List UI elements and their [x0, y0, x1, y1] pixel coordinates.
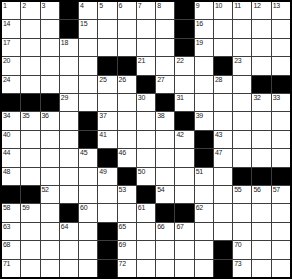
cell-r3c15[interactable] [272, 39, 290, 56]
cell-r9c10[interactable] [175, 149, 193, 166]
cell-r4c9[interactable] [156, 57, 174, 74]
clue-number-23: 23 [234, 57, 241, 64]
cell-r2c3[interactable] [41, 20, 59, 37]
cell-r12c6[interactable] [98, 204, 116, 221]
cell-r13c5[interactable] [79, 223, 97, 240]
clue-number-37: 37 [99, 112, 106, 119]
clue-number-12: 12 [253, 2, 260, 9]
cell-r1c3[interactable]: 3 [41, 2, 59, 19]
cell-r7c9[interactable]: 38 [156, 112, 174, 129]
clue-number-17: 17 [3, 39, 10, 46]
cell-r13c4[interactable]: 64 [60, 223, 78, 240]
cell-r15c2[interactable] [21, 260, 39, 277]
cell-r9c8[interactable] [137, 149, 155, 166]
black-cell-r6c1 [2, 94, 20, 111]
cell-r4c4[interactable] [60, 57, 78, 74]
black-cell-r11c2 [21, 186, 39, 203]
clue-number-2: 2 [22, 2, 26, 9]
black-cell-r1c10 [175, 2, 193, 19]
cell-r1c1[interactable]: 1 [2, 2, 20, 19]
clue-number-36: 36 [42, 112, 49, 119]
cell-r9c7[interactable]: 46 [118, 149, 136, 166]
black-cell-r6c2 [21, 94, 39, 111]
cell-r12c14[interactable] [252, 204, 270, 221]
clue-number-42: 42 [176, 131, 183, 138]
cell-r12c12[interactable] [214, 204, 232, 221]
clue-number-26: 26 [119, 76, 126, 83]
cell-r14c9[interactable] [156, 241, 174, 258]
cell-r13c2[interactable] [21, 223, 39, 240]
black-cell-r15c12 [214, 260, 232, 277]
cell-r8c3[interactable] [41, 131, 59, 148]
cell-r13c10[interactable]: 67 [175, 223, 193, 240]
clue-number-47: 47 [215, 149, 222, 156]
cell-r15c11[interactable] [195, 260, 213, 277]
clue-number-19: 19 [196, 39, 203, 46]
cell-r5c9[interactable]: 27 [156, 76, 174, 93]
cell-r1c11[interactable]: 9 [195, 2, 213, 19]
cell-r2c1[interactable]: 14 [2, 20, 20, 37]
clue-number-13: 13 [273, 2, 280, 9]
cell-r4c10[interactable]: 22 [175, 57, 193, 74]
cell-r14c11[interactable] [195, 241, 213, 258]
cell-r8c10[interactable]: 42 [175, 131, 193, 148]
clue-number-66: 66 [157, 223, 164, 230]
cell-r7c3[interactable]: 36 [41, 112, 59, 129]
cell-r13c14[interactable] [252, 223, 270, 240]
clue-number-67: 67 [176, 223, 183, 230]
clue-number-8: 8 [157, 2, 161, 9]
cell-r5c5[interactable] [79, 76, 97, 93]
cell-r15c1[interactable]: 71 [2, 260, 20, 277]
cell-r7c15[interactable] [272, 112, 290, 129]
cell-r8c4[interactable] [60, 131, 78, 148]
black-cell-r10c7 [118, 168, 136, 185]
cell-r11c11[interactable] [195, 186, 213, 203]
cell-r11c10[interactable] [175, 186, 193, 203]
clue-number-55: 55 [234, 186, 241, 193]
clue-number-34: 34 [3, 112, 10, 119]
clue-number-35: 35 [22, 112, 29, 119]
black-cell-r5c15 [272, 76, 290, 93]
cell-r6c12[interactable] [214, 94, 232, 111]
cell-r2c14[interactable] [252, 20, 270, 37]
cell-r3c4[interactable]: 18 [60, 39, 78, 56]
cell-r13c13[interactable] [233, 223, 251, 240]
cell-r12c13[interactable] [233, 204, 251, 221]
cell-r8c14[interactable] [252, 131, 270, 148]
cell-r9c3[interactable] [41, 149, 59, 166]
cell-r4c1[interactable]: 20 [2, 57, 20, 74]
cell-r1c13[interactable]: 11 [233, 2, 251, 19]
clue-number-9: 9 [196, 2, 200, 9]
cell-r2c11[interactable]: 16 [195, 20, 213, 37]
cell-r9c4[interactable] [60, 149, 78, 166]
cell-r11c15[interactable]: 57 [272, 186, 290, 203]
cell-r4c2[interactable] [21, 57, 39, 74]
cell-r3c1[interactable]: 17 [2, 39, 20, 56]
cell-r5c7[interactable]: 26 [118, 76, 136, 93]
cell-r13c9[interactable]: 66 [156, 223, 174, 240]
cell-r8c2[interactable] [21, 131, 39, 148]
cell-r4c14[interactable] [252, 57, 270, 74]
clue-number-10: 10 [215, 2, 222, 9]
cell-r1c9[interactable]: 8 [156, 2, 174, 19]
clue-number-3: 3 [42, 2, 46, 9]
cell-r15c9[interactable] [156, 260, 174, 277]
cell-r9c15[interactable] [272, 149, 290, 166]
cell-r14c3[interactable] [41, 241, 59, 258]
clue-number-4: 4 [80, 2, 84, 9]
cell-r5c1[interactable]: 24 [2, 76, 20, 93]
clue-number-25: 25 [99, 76, 106, 83]
cell-r4c5[interactable] [79, 57, 97, 74]
cell-r11c12[interactable] [214, 186, 232, 203]
cell-r12c5[interactable]: 60 [79, 204, 97, 221]
cell-r8c1[interactable]: 40 [2, 131, 20, 148]
cell-r13c7[interactable]: 65 [118, 223, 136, 240]
cell-r3c7[interactable] [118, 39, 136, 56]
cell-r10c1[interactable]: 48 [2, 168, 20, 185]
cell-r6c15[interactable]: 33 [272, 94, 290, 111]
cell-r12c15[interactable] [272, 204, 290, 221]
cell-r6c14[interactable]: 32 [252, 94, 270, 111]
cell-r10c8[interactable]: 50 [137, 168, 155, 185]
cell-r1c5[interactable]: 4 [79, 2, 97, 19]
cell-r1c6[interactable]: 5 [98, 2, 116, 19]
cell-r9c12[interactable]: 47 [214, 149, 232, 166]
cell-r4c3[interactable] [41, 57, 59, 74]
cell-r8c8[interactable] [137, 131, 155, 148]
cell-r8c12[interactable]: 43 [214, 131, 232, 148]
clue-number-60: 60 [80, 204, 87, 211]
cell-r8c9[interactable] [156, 131, 174, 148]
clue-number-65: 65 [119, 223, 126, 230]
clue-number-44: 44 [3, 149, 10, 156]
cell-r1c8[interactable]: 7 [137, 2, 155, 19]
black-cell-r12c4 [60, 204, 78, 221]
cell-r10c2[interactable] [21, 168, 39, 185]
clue-number-38: 38 [157, 112, 164, 119]
cell-r13c15[interactable] [272, 223, 290, 240]
cell-r3c6[interactable] [98, 39, 116, 56]
clue-number-59: 59 [22, 204, 29, 211]
clue-number-43: 43 [215, 131, 222, 138]
clue-number-72: 72 [119, 260, 126, 267]
clue-number-61: 61 [138, 204, 145, 211]
cell-r5c6[interactable]: 25 [98, 76, 116, 93]
cell-r10c3[interactable] [41, 168, 59, 185]
black-cell-r4c12 [214, 57, 232, 74]
cell-r11c13[interactable]: 55 [233, 186, 251, 203]
black-cell-r14c6 [98, 241, 116, 258]
cell-r10c12[interactable] [214, 168, 232, 185]
cell-r6c11[interactable] [195, 94, 213, 111]
cell-r5c2[interactable] [21, 76, 39, 93]
clue-number-21: 21 [138, 57, 145, 64]
cell-r3c5[interactable] [79, 39, 97, 56]
black-cell-r8c11 [195, 131, 213, 148]
cell-r5c13[interactable] [233, 76, 251, 93]
cell-r2c2[interactable] [21, 20, 39, 37]
clue-number-30: 30 [138, 94, 145, 101]
cell-r5c11[interactable] [195, 76, 213, 93]
clue-number-11: 11 [234, 2, 241, 9]
cell-r11c9[interactable]: 54 [156, 186, 174, 203]
cell-r13c12[interactable] [214, 223, 232, 240]
black-cell-r12c10 [175, 204, 193, 221]
cell-r15c7[interactable]: 72 [118, 260, 136, 277]
cell-r3c8[interactable] [137, 39, 155, 56]
cell-r13c1[interactable]: 63 [2, 223, 20, 240]
cell-r14c4[interactable] [60, 241, 78, 258]
black-cell-r3c10 [175, 39, 193, 56]
cell-r6c5[interactable] [79, 94, 97, 111]
cell-r12c8[interactable]: 61 [137, 204, 155, 221]
clue-number-45: 45 [80, 149, 87, 156]
cell-r8c6[interactable]: 41 [98, 131, 116, 148]
black-cell-r1c4 [60, 2, 78, 19]
cell-r15c15[interactable] [272, 260, 290, 277]
cell-r9c2[interactable] [21, 149, 39, 166]
cell-r4c11[interactable] [195, 57, 213, 74]
cell-r5c10[interactable] [175, 76, 193, 93]
cell-r14c10[interactable] [175, 241, 193, 258]
clue-number-70: 70 [234, 241, 241, 248]
cell-r7c8[interactable] [137, 112, 155, 129]
cell-r3c13[interactable] [233, 39, 251, 56]
cell-r15c8[interactable] [137, 260, 155, 277]
clue-number-41: 41 [99, 131, 106, 138]
cell-r10c9[interactable] [156, 168, 174, 185]
black-cell-r10c14 [252, 168, 270, 185]
black-cell-r15c6 [98, 260, 116, 277]
cell-r12c1[interactable]: 58 [2, 204, 20, 221]
cell-r2c12[interactable] [214, 20, 232, 37]
cell-r2c8[interactable] [137, 20, 155, 37]
cell-r7c2[interactable]: 35 [21, 112, 39, 129]
cell-r2c7[interactable] [118, 20, 136, 37]
clue-number-32: 32 [253, 94, 260, 101]
clue-number-63: 63 [3, 223, 10, 230]
cell-r11c14[interactable]: 56 [252, 186, 270, 203]
clue-number-57: 57 [273, 186, 280, 193]
cell-r9c5[interactable]: 45 [79, 149, 97, 166]
clue-number-49: 49 [99, 168, 106, 175]
clue-number-48: 48 [3, 168, 10, 175]
cell-r14c14[interactable] [252, 241, 270, 258]
cell-r12c2[interactable]: 59 [21, 204, 39, 221]
black-cell-r5c8 [137, 76, 155, 93]
cell-r5c4[interactable] [60, 76, 78, 93]
cell-r11c4[interactable] [60, 186, 78, 203]
cell-r10c4[interactable] [60, 168, 78, 185]
clue-number-7: 7 [138, 2, 142, 9]
clue-number-14: 14 [3, 20, 10, 27]
cell-r15c13[interactable]: 73 [233, 260, 251, 277]
clue-number-40: 40 [3, 131, 10, 138]
clue-number-52: 52 [42, 186, 49, 193]
cell-r9c9[interactable] [156, 149, 174, 166]
cell-r3c3[interactable] [41, 39, 59, 56]
clue-number-20: 20 [3, 57, 10, 64]
cell-r5c3[interactable] [41, 76, 59, 93]
cell-r8c7[interactable] [118, 131, 136, 148]
cell-r7c1[interactable]: 34 [2, 112, 20, 129]
cell-r4c8[interactable]: 21 [137, 57, 155, 74]
cell-r15c3[interactable] [41, 260, 59, 277]
clue-number-39: 39 [196, 112, 203, 119]
black-cell-r14c12 [214, 241, 232, 258]
cell-r14c1[interactable]: 68 [2, 241, 20, 258]
cell-r14c2[interactable] [21, 241, 39, 258]
clue-number-62: 62 [196, 204, 203, 211]
cell-r2c6[interactable] [98, 20, 116, 37]
cell-r14c8[interactable] [137, 241, 155, 258]
cell-r4c15[interactable] [272, 57, 290, 74]
clue-number-54: 54 [157, 186, 164, 193]
cell-r6c10[interactable]: 31 [175, 94, 193, 111]
black-cell-r12c9 [156, 204, 174, 221]
clue-number-46: 46 [119, 149, 126, 156]
cell-r4c13[interactable]: 23 [233, 57, 251, 74]
black-cell-r2c10 [175, 20, 193, 37]
cell-r1c14[interactable]: 12 [252, 2, 270, 19]
cell-r1c2[interactable]: 2 [21, 2, 39, 19]
black-cell-r6c9 [156, 94, 174, 111]
cell-r10c11[interactable]: 51 [195, 168, 213, 185]
cell-r1c12[interactable]: 10 [214, 2, 232, 19]
clue-number-29: 29 [61, 94, 68, 101]
cell-r3c11[interactable]: 19 [195, 39, 213, 56]
cell-r10c6[interactable]: 49 [98, 168, 116, 185]
clue-number-64: 64 [61, 223, 68, 230]
cell-r11c7[interactable]: 53 [118, 186, 136, 203]
black-cell-r13c6 [98, 223, 116, 240]
black-cell-r2c4 [60, 20, 78, 37]
cell-r15c4[interactable] [60, 260, 78, 277]
clue-number-22: 22 [176, 57, 183, 64]
clue-number-56: 56 [253, 186, 260, 193]
black-cell-r8c5 [79, 131, 97, 148]
clue-number-24: 24 [3, 76, 10, 83]
clue-number-18: 18 [61, 39, 68, 46]
cell-r9c13[interactable] [233, 149, 251, 166]
black-cell-r9c11 [195, 149, 213, 166]
cell-r11c5[interactable] [79, 186, 97, 203]
clue-number-33: 33 [273, 94, 280, 101]
cell-r15c10[interactable] [175, 260, 193, 277]
cell-r11c6[interactable] [98, 186, 116, 203]
black-cell-r7c10 [175, 112, 193, 129]
cell-r10c5[interactable] [79, 168, 97, 185]
clue-number-53: 53 [119, 186, 126, 193]
cell-r1c7[interactable]: 6 [118, 2, 136, 19]
clue-number-73: 73 [234, 260, 241, 267]
cell-r14c13[interactable]: 70 [233, 241, 251, 258]
cell-r9c14[interactable] [252, 149, 270, 166]
cell-r11c3[interactable]: 52 [41, 186, 59, 203]
clue-number-58: 58 [3, 204, 10, 211]
cell-r1c15[interactable]: 13 [272, 2, 290, 19]
cell-r7c6[interactable]: 37 [98, 112, 116, 129]
cell-r3c14[interactable] [252, 39, 270, 56]
cell-r7c13[interactable] [233, 112, 251, 129]
black-cell-r5c14 [252, 76, 270, 93]
clue-number-69: 69 [119, 241, 126, 248]
cell-r6c8[interactable]: 30 [137, 94, 155, 111]
cell-r14c5[interactable] [79, 241, 97, 258]
cell-r3c12[interactable] [214, 39, 232, 56]
clue-number-27: 27 [157, 76, 164, 83]
cell-r2c15[interactable] [272, 20, 290, 37]
cell-r12c11[interactable]: 62 [195, 204, 213, 221]
cell-r15c14[interactable] [252, 260, 270, 277]
cell-r6c7[interactable] [118, 94, 136, 111]
clue-number-28: 28 [215, 76, 222, 83]
black-cell-r6c3 [41, 94, 59, 111]
black-cell-r10c15 [272, 168, 290, 185]
black-cell-r11c1 [2, 186, 20, 203]
clue-number-50: 50 [138, 168, 145, 175]
cell-r6c4[interactable]: 29 [60, 94, 78, 111]
cell-r12c7[interactable] [118, 204, 136, 221]
black-cell-r4c7 [118, 57, 136, 74]
cell-r7c12[interactable] [214, 112, 232, 129]
cell-r15c5[interactable] [79, 260, 97, 277]
cell-r5c12[interactable]: 28 [214, 76, 232, 93]
cell-r13c8[interactable] [137, 223, 155, 240]
cell-r3c9[interactable] [156, 39, 174, 56]
crossword-board: 1234567891011121314151617181920212223242… [0, 0, 292, 279]
black-cell-r11c8 [137, 186, 155, 203]
cell-r2c13[interactable] [233, 20, 251, 37]
clue-number-71: 71 [3, 260, 10, 267]
cell-r8c15[interactable] [272, 131, 290, 148]
cell-r13c11[interactable] [195, 223, 213, 240]
cell-r14c15[interactable] [272, 241, 290, 258]
cell-r7c14[interactable] [252, 112, 270, 129]
clue-number-1: 1 [3, 2, 7, 9]
cell-r2c5[interactable]: 15 [79, 20, 97, 37]
cell-r3c2[interactable] [21, 39, 39, 56]
black-cell-r4c6 [98, 57, 116, 74]
black-cell-r9c6 [98, 149, 116, 166]
clue-number-6: 6 [119, 2, 123, 9]
clue-number-31: 31 [176, 94, 183, 101]
black-cell-r7c5 [79, 112, 97, 129]
cell-r13c3[interactable] [41, 223, 59, 240]
cell-r7c11[interactable]: 39 [195, 112, 213, 129]
cell-r12c3[interactable] [41, 204, 59, 221]
clue-number-51: 51 [196, 168, 203, 175]
cell-r10c10[interactable] [175, 168, 193, 185]
cell-r7c7[interactable] [118, 112, 136, 129]
cell-r9c1[interactable]: 44 [2, 149, 20, 166]
clue-number-68: 68 [3, 241, 10, 248]
clue-number-5: 5 [99, 2, 103, 9]
cell-r8c13[interactable] [233, 131, 251, 148]
cell-r2c9[interactable] [156, 20, 174, 37]
cell-r7c4[interactable] [60, 112, 78, 129]
clue-number-16: 16 [196, 20, 203, 27]
clue-number-15: 15 [80, 20, 87, 27]
black-cell-r10c13 [233, 168, 251, 185]
cell-r14c7[interactable]: 69 [118, 241, 136, 258]
cell-r6c6[interactable] [98, 94, 116, 111]
cell-r6c13[interactable] [233, 94, 251, 111]
